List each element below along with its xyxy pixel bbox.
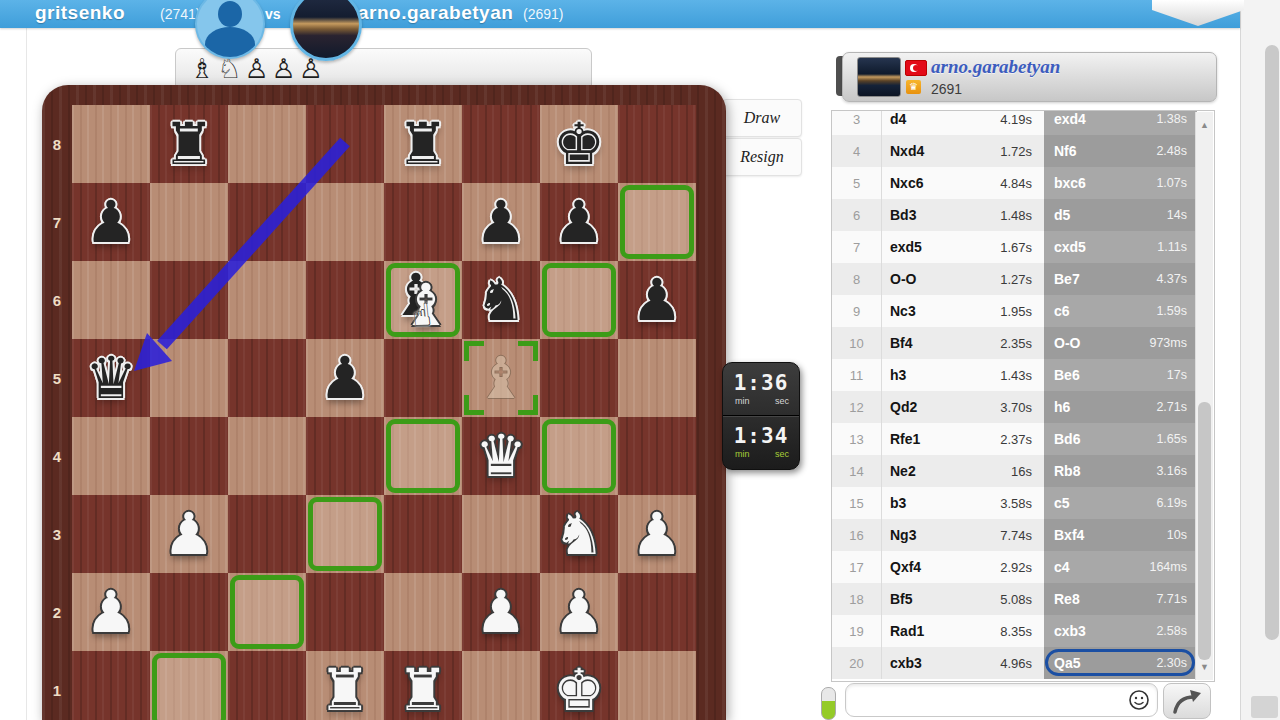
black-move-cell[interactable]: bxc61.07s [1044,167,1197,199]
square-e4[interactable] [384,417,462,495]
current-move-highlight [1045,649,1195,676]
move-number: 13 [832,423,882,455]
black-move[interactable]: cxb3 [1054,623,1086,639]
legal-move-highlight-g4 [542,419,616,493]
square-c6[interactable] [228,261,306,339]
square-b2[interactable] [150,573,228,651]
square-f4[interactable]: ♛ [462,417,540,495]
white-move-time: 4.84s [1000,176,1032,191]
white-move-time: 5.08s [1000,592,1032,607]
black-move-time: 164ms [1149,560,1187,574]
rank-label-2: 2 [42,604,72,621]
black-rook-e8[interactable]: ♜ [384,105,462,183]
rank-label-6: 6 [42,292,72,309]
white-move-cell[interactable]: Bd31.48s [882,199,1044,231]
black-move[interactable]: Re8 [1054,591,1080,607]
black-move-cell[interactable]: Bxf410s [1044,519,1197,551]
square-a4[interactable] [72,417,150,495]
square-a2[interactable]: ♟ [72,573,150,651]
black-move-cell[interactable]: d514s [1044,199,1197,231]
move-number: 5 [832,167,882,199]
share-button[interactable] [1163,683,1211,719]
black-move-cell[interactable]: Rb83.16s [1044,455,1197,487]
square-g6[interactable] [540,261,618,339]
rank-label-4: 4 [42,448,72,465]
white-move-time: 1.48s [1000,208,1032,223]
white-move-time: 4.19s [1000,112,1032,127]
square-f5[interactable]: ♝ [462,339,540,417]
smiley-icon[interactable] [1128,689,1150,711]
black-move[interactable]: exd4 [1054,111,1086,127]
white-move[interactable]: Bd3 [890,207,916,223]
black-move-time: 2.58s [1156,624,1187,638]
black-move[interactable]: Nf6 [1054,143,1077,159]
square-h7[interactable] [618,183,696,261]
page-left-border [26,28,27,720]
black-move-time: 17s [1167,368,1187,382]
black-move-time: 2.71s [1156,400,1187,414]
move-number: 4 [832,135,882,167]
black-move[interactable]: Bd6 [1054,431,1080,447]
white-move-time: 1.72s [1000,144,1032,159]
black-clock: 1:36 min sec [723,363,799,415]
white-move[interactable]: d4 [890,111,906,127]
square-h1[interactable] [618,651,696,720]
rank-label-5: 5 [42,370,72,387]
move-number: 17 [832,551,882,583]
white-move-time: 2.92s [1000,560,1032,575]
black-player-rating: (2691) [523,6,563,22]
black-player-name: arno.garabetyan [358,2,513,24]
rank-label-8: 8 [42,136,72,153]
white-move-time: 7.74s [1000,528,1032,543]
move-row-4: 4Nxd41.72sNf62.48s [832,135,1197,167]
black-move[interactable]: cxd5 [1054,239,1086,255]
black-move[interactable]: Be6 [1054,367,1080,383]
black-move-time: 1.07s [1156,176,1187,190]
square-c4[interactable] [228,417,306,495]
square-e1[interactable]: ♜ [384,651,462,720]
white-move-cell[interactable]: b33.58s [882,487,1044,519]
black-move-time: 1.38s [1156,112,1187,126]
chess-board: ♜♜♚♟♟♟♝♝♞♟♛♟♝♛♟♞♟♟♟♟♜♜♚ 87654321 [42,85,726,720]
square-d6[interactable] [306,261,384,339]
white-knight-g3[interactable]: ♞ [540,495,618,573]
square-h3[interactable]: ♟ [618,495,696,573]
chat-status-toggle[interactable] [821,687,836,720]
square-g4[interactable] [540,417,618,495]
square-g1[interactable]: ♚ [540,651,618,720]
black-knight-f6[interactable]: ♞ [462,261,540,339]
white-move-cell[interactable]: Rfe12.37s [882,423,1044,455]
white-move-cell[interactable]: Bf55.08s [882,583,1044,615]
black-move[interactable]: c5 [1054,495,1070,511]
square-b6[interactable] [150,261,228,339]
black-move-cell[interactable]: Be617s [1044,359,1197,391]
white-queen-f4[interactable]: ♛ [462,417,540,495]
white-move-time: 4.96s [1000,656,1032,671]
move-list: 3d44.19sexd41.38s4Nxd41.72sNf62.48s5Nxc6… [831,110,1215,682]
scroll-up-icon[interactable]: ▲ [1196,120,1213,130]
move-row-17: 17Qxf42.92sc4164ms [832,551,1197,583]
resign-button[interactable]: Resign [722,138,802,176]
square-g2[interactable]: ♟ [540,573,618,651]
legal-move-highlight-d3 [308,497,382,571]
turkey-flag-icon [905,60,927,76]
vs-label: vs [265,6,281,22]
white-move[interactable]: cxb3 [890,655,922,671]
black-move-time: 7.71s [1156,592,1187,606]
legal-move-highlight-e4 [386,419,460,493]
square-h4[interactable] [618,417,696,495]
hand-cursor-icon: ☝ [410,295,433,335]
square-a1[interactable] [72,651,150,720]
browser-scrollbar-thumb[interactable] [1265,45,1279,640]
rank-label-7: 7 [42,214,72,231]
square-c8[interactable] [228,105,306,183]
legal-move-highlight-c2 [230,575,304,649]
move-number: 19 [832,615,882,647]
white-move-time: 1.27s [1000,272,1032,287]
avatar-silhouette-head [218,1,242,27]
avatar-silhouette-body [205,27,255,59]
white-player-name: gritsenko [35,2,125,24]
black-move-time: 1.59s [1156,304,1187,318]
square-b3[interactable]: ♟ [150,495,228,573]
drag-origin-marker-f5 [464,341,538,415]
move-number: 9 [832,295,882,327]
move-number: 6 [832,199,882,231]
square-e5[interactable] [384,339,462,417]
move-row-7: 7exd51.67scxd51.11s [832,231,1197,263]
move-row-16: 16Ng37.74sBxf410s [832,519,1197,551]
black-clock-time: 1:36 [723,363,799,395]
black-move-cell[interactable]: Bd61.65s [1044,423,1197,455]
square-f7[interactable]: ♟ [462,183,540,261]
black-move[interactable]: c6 [1054,303,1070,319]
square-d5[interactable]: ♟ [306,339,384,417]
white-pawn-b3[interactable]: ♟ [150,495,228,573]
white-move-cell[interactable]: O-O1.27s [882,263,1044,295]
black-move-cell[interactable]: Qa52.30s [1044,647,1197,679]
square-b5[interactable] [150,339,228,417]
square-b8[interactable]: ♜ [150,105,228,183]
scrollbar-thumb[interactable] [1198,402,1211,660]
white-pawn-g2[interactable]: ♟ [540,573,618,651]
square-h8[interactable] [618,105,696,183]
move-number: 10 [832,327,882,359]
rank-label-1: 1 [42,682,72,699]
move-row-8: 8O-O1.27sBe74.37s [832,263,1197,295]
square-g7[interactable]: ♟ [540,183,618,261]
legal-move-highlight-g6 [542,263,616,337]
player-card[interactable]: arno.garabetyan ♛ 2691 [842,52,1217,102]
legal-move-highlight-h7 [620,185,694,259]
square-b1[interactable] [150,651,228,720]
black-move-cell[interactable]: O-O973ms [1044,327,1197,359]
white-move[interactable]: Rad1 [890,623,924,639]
move-list-scrollbar[interactable]: ▲ ▼ [1195,112,1213,680]
black-move-cell[interactable]: Be74.37s [1044,263,1197,295]
white-pawn-h3[interactable]: ♟ [618,495,696,573]
move-row-3: 3d44.19sexd41.38s [832,110,1197,135]
scroll-down-icon[interactable]: ▼ [1196,662,1213,672]
share-arrow-icon [1170,688,1204,714]
black-move-cell[interactable]: cxb32.58s [1044,615,1197,647]
square-e3[interactable] [384,495,462,573]
white-move[interactable]: Qxf4 [890,559,921,575]
black-pawn-a7[interactable]: ♟ [72,183,150,261]
square-d1[interactable]: ♜ [306,651,384,720]
black-pawn-g7[interactable]: ♟ [540,183,618,261]
square-c5[interactable] [228,339,306,417]
square-d7[interactable] [306,183,384,261]
move-row-13: 13Rfe12.37sBd61.65s [832,423,1197,455]
black-queen-a5[interactable]: ♛ [72,339,150,417]
white-move-cell[interactable]: Ne216s [882,455,1044,487]
square-e7[interactable] [384,183,462,261]
white-move-cell[interactable]: cxb34.96s [882,647,1044,679]
rank-label-3: 3 [42,526,72,543]
white-move-time: 1.67s [1000,240,1032,255]
move-row-15: 15b33.58sc56.19s [832,487,1197,519]
square-c1[interactable] [228,651,306,720]
move-row-18: 18Bf55.08sRe87.71s [832,583,1197,615]
move-row-19: 19Rad18.35scxb32.58s [832,615,1197,647]
square-f8[interactable] [462,105,540,183]
square-e8[interactable]: ♜ [384,105,462,183]
white-move-time: 1.43s [1000,368,1032,383]
square-f1[interactable] [462,651,540,720]
white-move-cell[interactable]: Bf42.35s [882,327,1044,359]
white-clock-sec-label: sec [775,449,789,459]
player-card-rating: 2691 [931,81,962,97]
square-g8[interactable]: ♚ [540,105,618,183]
white-move-time: 3.70s [1000,400,1032,415]
game-actions: Draw Resign [722,99,800,177]
square-f6[interactable]: ♞ [462,261,540,339]
square-e2[interactable] [384,573,462,651]
white-pawn-a2[interactable]: ♟ [72,573,150,651]
square-d4[interactable] [306,417,384,495]
square-b7[interactable] [150,183,228,261]
black-king-g8[interactable]: ♚ [540,105,618,183]
black-move-cell[interactable]: c56.19s [1044,487,1197,519]
player-card-avatar [857,57,901,97]
square-f3[interactable] [462,495,540,573]
white-move[interactable]: Bf5 [890,591,913,607]
player-card-name: arno.garabetyan [931,56,1060,78]
black-move-cell[interactable]: c4164ms [1044,551,1197,583]
white-move[interactable]: O-O [890,271,916,287]
white-move-time: 3.58s [1000,496,1032,511]
black-move[interactable]: h6 [1054,399,1070,415]
white-move-cell[interactable]: Nc31.95s [882,295,1044,327]
black-move[interactable]: d5 [1054,207,1070,223]
black-move-cell[interactable]: Re87.71s [1044,583,1197,615]
square-a5[interactable]: ♛ [72,339,150,417]
white-move-cell[interactable]: Qd23.70s [882,391,1044,423]
square-h5[interactable] [618,339,696,417]
move-number: 11 [832,359,882,391]
white-move-cell[interactable]: exd51.67s [882,231,1044,263]
move-row-11: 11h31.43sBe617s [832,359,1197,391]
black-move-cell[interactable]: cxd51.11s [1044,231,1197,263]
square-c7[interactable] [228,183,306,261]
move-number: 15 [832,487,882,519]
white-move[interactable]: Ne2 [890,463,916,479]
white-move-time: 2.35s [1000,336,1032,351]
white-move-cell[interactable]: d44.19s [882,110,1044,135]
black-pawn-h6[interactable]: ♟ [618,261,696,339]
white-pawn-f2[interactable]: ♟ [462,573,540,651]
black-pawn-f7[interactable]: ♟ [462,183,540,261]
square-h6[interactable]: ♟ [618,261,696,339]
game-clock: 1:36 min sec 1:34 min sec [722,362,800,470]
white-move[interactable]: b3 [890,495,906,511]
black-move[interactable]: Rb8 [1054,463,1080,479]
square-c3[interactable] [228,495,306,573]
white-move[interactable]: Ng3 [890,527,916,543]
white-king-g1[interactable]: ♚ [540,651,618,720]
white-move-cell[interactable]: Nxd41.72s [882,135,1044,167]
move-number: 3 [832,110,882,135]
black-move-time: 973ms [1149,336,1187,350]
square-d3[interactable] [306,495,384,573]
move-row-5: 5Nxc64.84sbxc61.07s [832,167,1197,199]
black-move-time: 2.48s [1156,144,1187,158]
move-row-9: 9Nc31.95sc61.59s [832,295,1197,327]
white-clock-time: 1:34 [723,416,799,448]
move-row-6: 6Bd31.48sd514s [832,199,1197,231]
move-number: 18 [832,583,882,615]
white-move[interactable]: Rfe1 [890,431,920,447]
white-rook-e1[interactable]: ♜ [384,651,462,720]
white-move-cell[interactable]: Rad18.35s [882,615,1044,647]
black-rook-b8[interactable]: ♜ [150,105,228,183]
black-move[interactable]: c4 [1054,559,1070,575]
black-move[interactable]: bxc6 [1054,175,1086,191]
square-f2[interactable]: ♟ [462,573,540,651]
black-move-cell[interactable]: h62.71s [1044,391,1197,423]
black-move[interactable]: O-O [1054,335,1080,351]
square-a7[interactable]: ♟ [72,183,150,261]
move-row-20: 20cxb34.96sQa52.30s [832,647,1197,679]
square-h2[interactable] [618,573,696,651]
black-move-time: 14s [1167,208,1187,222]
square-a6[interactable] [72,261,150,339]
move-number: 16 [832,519,882,551]
black-move-time: 3.16s [1156,464,1187,478]
white-move[interactable]: exd5 [890,239,922,255]
square-g5[interactable] [540,339,618,417]
square-c2[interactable] [228,573,306,651]
white-move[interactable]: Nc3 [890,303,916,319]
move-number: 8 [832,263,882,295]
black-move-time: 1.65s [1156,432,1187,446]
top-bar: gritsenko (2741) vs arno.garabetyan (269… [0,0,1240,28]
black-move-time: 1.11s [1157,240,1187,254]
white-move-time: 8.35s [1000,624,1032,639]
white-move[interactable]: h3 [890,367,906,383]
white-move-cell[interactable]: h31.43s [882,359,1044,391]
move-row-10: 10Bf42.35sO-O973ms [832,327,1197,359]
white-move-cell[interactable]: Nxc64.84s [882,167,1044,199]
black-pawn-d5[interactable]: ♟ [306,339,384,417]
square-a3[interactable] [72,495,150,573]
white-clock-min-label: min [735,449,750,459]
chat-input[interactable] [845,683,1158,717]
black-move[interactable]: Bxf4 [1054,527,1084,543]
board-squares: ♜♜♚♟♟♟♝♝♞♟♛♟♝♛♟♞♟♟♟♟♜♜♚ [72,105,696,720]
rating-crown-icon: ♛ [906,80,921,94]
white-move[interactable]: Nxc6 [890,175,923,191]
black-move-time: 4.37s [1156,272,1187,286]
black-move-cell[interactable]: exd41.38s [1044,110,1197,135]
move-number: 20 [832,647,882,679]
black-move[interactable]: Be7 [1054,271,1080,287]
square-d8[interactable] [306,105,384,183]
white-move-time: 1.95s [1000,304,1032,319]
move-number: 12 [832,391,882,423]
scrollbar-corner [1251,696,1278,718]
legal-move-highlight-b1 [152,653,226,720]
move-row-14: 14Ne216sRb83.16s [832,455,1197,487]
white-clock: 1:34 min sec [723,415,799,468]
move-row-12: 12Qd23.70sh62.71s [832,391,1197,423]
white-rook-d1[interactable]: ♜ [306,651,384,720]
square-b4[interactable] [150,417,228,495]
black-move-cell[interactable]: Nf62.48s [1044,135,1197,167]
white-move-cell[interactable]: Qxf42.92s [882,551,1044,583]
white-move-time: 2.37s [1000,432,1032,447]
captured-white-pieces: ♗♘♙♙♙ [190,53,591,84]
black-clock-min-label: min [735,396,750,406]
white-move-time: 16s [1011,464,1032,479]
black-move-time: 10s [1167,528,1187,542]
black-move-cell[interactable]: c61.59s [1044,295,1197,327]
white-move[interactable]: Nxd4 [890,143,924,159]
square-a8[interactable] [72,105,150,183]
move-number: 14 [832,455,882,487]
square-d2[interactable] [306,573,384,651]
black-clock-sec-label: sec [775,396,789,406]
square-g3[interactable]: ♞ [540,495,618,573]
move-number: 7 [832,231,882,263]
draw-button[interactable]: Draw [722,99,802,137]
black-move-time: 6.19s [1156,496,1187,510]
white-move[interactable]: Bf4 [890,335,913,351]
white-move[interactable]: Qd2 [890,399,917,415]
white-move-cell[interactable]: Ng37.74s [882,519,1044,551]
